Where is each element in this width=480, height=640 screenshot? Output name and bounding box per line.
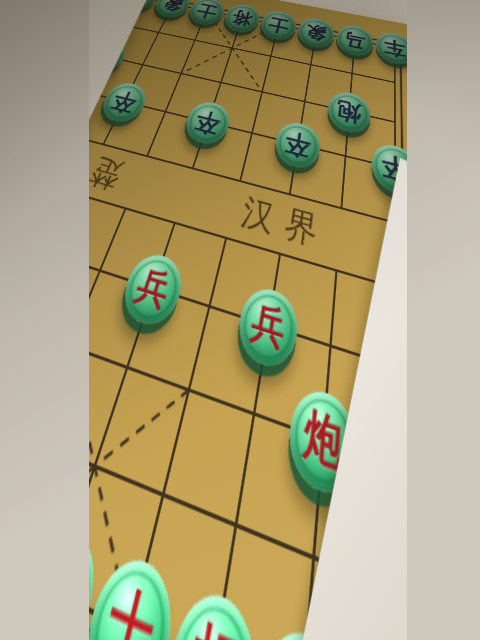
piece-black-soldier[interactable]: 卒	[181, 98, 234, 148]
piece-red-soldier[interactable]: 兵	[233, 282, 301, 374]
piece-character: 象	[304, 23, 327, 43]
piece-character: 士	[267, 15, 291, 35]
piece-black-advisor[interactable]: 士	[185, 0, 228, 27]
piece-black-horse[interactable]: 马	[335, 23, 374, 59]
piece-black-elephant[interactable]: 象	[151, 0, 195, 20]
piece-red-elephant[interactable]: 相	[157, 581, 262, 640]
piece-black-general[interactable]: 将	[221, 2, 263, 35]
floor: 楚河 汉界 车马象士将士象马车炮炮卒卒卒卒卒兵兵兵兵兵炮炮车马相士帅士相马车	[90, 0, 407, 640]
piece-character: 兵	[248, 300, 287, 353]
piece-character: 车	[384, 37, 406, 59]
piece-character: 将	[230, 9, 254, 28]
piece-red-advisor[interactable]: 士	[90, 547, 182, 640]
piece-character: 相	[181, 617, 241, 640]
piece-black-soldier[interactable]: 卒	[272, 119, 322, 173]
piece-red-soldier[interactable]: 兵	[116, 249, 189, 332]
piece-character: 卒	[192, 108, 223, 137]
piece-character: 马	[343, 30, 365, 51]
piece-black-elephant[interactable]: 象	[296, 16, 336, 51]
piece-character: 士	[194, 2, 219, 20]
piece-character: 象	[160, 0, 185, 13]
piece-black-chariot[interactable]: 车	[375, 30, 406, 67]
piece-character: 兵	[132, 265, 174, 313]
piece-black-cannon[interactable]: 炮	[326, 89, 371, 137]
piece-character: 士	[98, 581, 161, 640]
piece-character: 卒	[283, 129, 312, 160]
piece-black-advisor[interactable]: 士	[258, 9, 299, 43]
piece-character: 炮	[336, 98, 362, 126]
piece-character: 卒	[108, 89, 140, 116]
